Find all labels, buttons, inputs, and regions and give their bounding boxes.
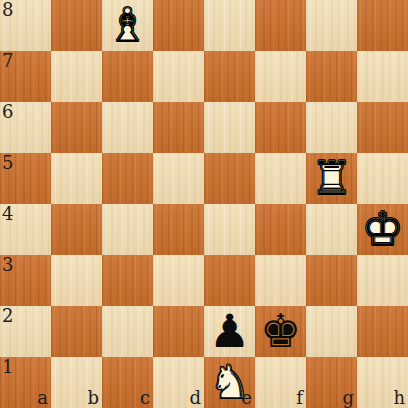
rank-label-6: 6 bbox=[2, 103, 13, 121]
square-b4[interactable] bbox=[51, 204, 102, 255]
square-a3[interactable]: 3 bbox=[0, 255, 51, 306]
white-bishop-outline: ♗ bbox=[102, 0, 153, 51]
rank-label-1: 1 bbox=[2, 358, 13, 376]
square-a8[interactable]: 8 bbox=[0, 0, 51, 51]
square-f6[interactable] bbox=[255, 102, 306, 153]
square-e7[interactable] bbox=[204, 51, 255, 102]
square-h6[interactable] bbox=[357, 102, 408, 153]
white-rook[interactable]: ♜♖ bbox=[306, 153, 357, 204]
square-f3[interactable] bbox=[255, 255, 306, 306]
square-h7[interactable] bbox=[357, 51, 408, 102]
square-e4[interactable] bbox=[204, 204, 255, 255]
white-rook-outline: ♖ bbox=[306, 153, 357, 204]
file-label-b: b bbox=[87, 389, 99, 407]
square-c3[interactable] bbox=[102, 255, 153, 306]
square-c6[interactable] bbox=[102, 102, 153, 153]
rank-label-8: 8 bbox=[2, 1, 13, 19]
rank-label-2: 2 bbox=[2, 307, 13, 325]
square-e3[interactable] bbox=[204, 255, 255, 306]
file-label-d: d bbox=[189, 389, 201, 407]
square-d7[interactable] bbox=[153, 51, 204, 102]
square-h8[interactable] bbox=[357, 0, 408, 51]
square-h5[interactable] bbox=[357, 153, 408, 204]
square-b3[interactable] bbox=[51, 255, 102, 306]
square-g1[interactable]: g bbox=[306, 357, 357, 408]
square-a4[interactable]: 4 bbox=[0, 204, 51, 255]
square-g4[interactable] bbox=[306, 204, 357, 255]
square-d4[interactable] bbox=[153, 204, 204, 255]
white-king[interactable]: ♚♔ bbox=[357, 204, 408, 255]
chess-board: 8♝♗765♜♖4♚♔32♟♚1abcde♞♘fgh bbox=[0, 0, 408, 408]
rank-label-4: 4 bbox=[2, 205, 13, 223]
square-e6[interactable] bbox=[204, 102, 255, 153]
square-e8[interactable] bbox=[204, 0, 255, 51]
black-pawn-body: ♟ bbox=[204, 306, 255, 357]
square-c2[interactable] bbox=[102, 306, 153, 357]
square-b2[interactable] bbox=[51, 306, 102, 357]
square-h2[interactable] bbox=[357, 306, 408, 357]
square-d5[interactable] bbox=[153, 153, 204, 204]
square-g6[interactable] bbox=[306, 102, 357, 153]
square-b1[interactable]: b bbox=[51, 357, 102, 408]
square-f7[interactable] bbox=[255, 51, 306, 102]
black-king[interactable]: ♚ bbox=[255, 306, 306, 357]
square-b8[interactable] bbox=[51, 0, 102, 51]
white-king-outline: ♔ bbox=[357, 204, 408, 255]
black-king-body: ♚ bbox=[255, 306, 306, 357]
square-b5[interactable] bbox=[51, 153, 102, 204]
square-c1[interactable]: c bbox=[102, 357, 153, 408]
file-label-c: c bbox=[140, 389, 150, 407]
rank-label-5: 5 bbox=[2, 154, 13, 172]
square-f4[interactable] bbox=[255, 204, 306, 255]
file-label-f: f bbox=[296, 389, 303, 407]
square-b7[interactable] bbox=[51, 51, 102, 102]
white-knight[interactable]: ♞♘ bbox=[204, 357, 255, 408]
square-a7[interactable]: 7 bbox=[0, 51, 51, 102]
square-h1[interactable]: h bbox=[357, 357, 408, 408]
square-e1[interactable]: e♞♘ bbox=[204, 357, 255, 408]
rank-label-7: 7 bbox=[2, 52, 13, 70]
square-g8[interactable] bbox=[306, 0, 357, 51]
square-f1[interactable]: f bbox=[255, 357, 306, 408]
square-a5[interactable]: 5 bbox=[0, 153, 51, 204]
white-bishop[interactable]: ♝♗ bbox=[102, 0, 153, 51]
square-d1[interactable]: d bbox=[153, 357, 204, 408]
white-knight-outline: ♘ bbox=[204, 357, 255, 408]
square-c4[interactable] bbox=[102, 204, 153, 255]
black-pawn[interactable]: ♟ bbox=[204, 306, 255, 357]
file-label-g: g bbox=[342, 389, 354, 407]
rank-label-3: 3 bbox=[2, 256, 13, 274]
square-f5[interactable] bbox=[255, 153, 306, 204]
square-g2[interactable] bbox=[306, 306, 357, 357]
square-a1[interactable]: 1a bbox=[0, 357, 51, 408]
square-d2[interactable] bbox=[153, 306, 204, 357]
file-label-h: h bbox=[393, 389, 405, 407]
square-e5[interactable] bbox=[204, 153, 255, 204]
square-g5[interactable]: ♜♖ bbox=[306, 153, 357, 204]
square-f8[interactable] bbox=[255, 0, 306, 51]
square-h4[interactable]: ♚♔ bbox=[357, 204, 408, 255]
square-b6[interactable] bbox=[51, 102, 102, 153]
square-a6[interactable]: 6 bbox=[0, 102, 51, 153]
square-c7[interactable] bbox=[102, 51, 153, 102]
square-d3[interactable] bbox=[153, 255, 204, 306]
square-g3[interactable] bbox=[306, 255, 357, 306]
square-d8[interactable] bbox=[153, 0, 204, 51]
square-h3[interactable] bbox=[357, 255, 408, 306]
square-c8[interactable]: ♝♗ bbox=[102, 0, 153, 51]
square-e2[interactable]: ♟ bbox=[204, 306, 255, 357]
square-d6[interactable] bbox=[153, 102, 204, 153]
square-c5[interactable] bbox=[102, 153, 153, 204]
file-label-a: a bbox=[37, 389, 48, 407]
square-f2[interactable]: ♚ bbox=[255, 306, 306, 357]
square-g7[interactable] bbox=[306, 51, 357, 102]
square-a2[interactable]: 2 bbox=[0, 306, 51, 357]
